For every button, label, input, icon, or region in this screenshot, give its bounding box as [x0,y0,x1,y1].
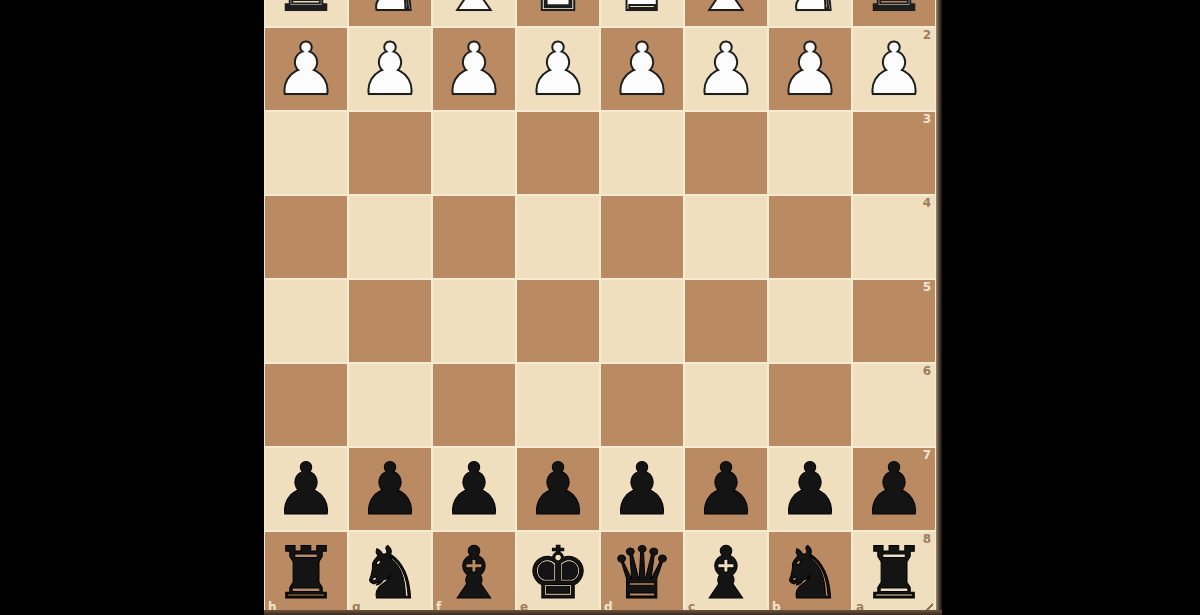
square-e2[interactable]: ♟ [516,27,600,111]
square-b1[interactable]: ♞ [768,0,852,27]
black-king-piece[interactable]: ♚ [526,531,591,615]
black-pawn-piece[interactable]: ♟ [862,447,927,531]
square-g3[interactable] [348,111,432,195]
square-b3[interactable] [768,111,852,195]
square-b8[interactable]: ♞b [768,531,852,615]
black-bishop-piece[interactable]: ♝ [694,531,759,615]
white-rook-piece[interactable]: ♜ [274,0,339,27]
white-queen-piece[interactable]: ♛ [610,0,675,27]
square-g2[interactable]: ♟ [348,27,432,111]
black-rook-piece[interactable]: ♜ [862,531,927,615]
square-d5[interactable] [600,279,684,363]
square-a2[interactable]: ♟2 [852,27,936,111]
square-e3[interactable] [516,111,600,195]
square-h8[interactable]: ♜h [264,531,348,615]
white-pawn-piece[interactable]: ♟ [862,27,927,111]
square-f7[interactable]: ♟ [432,447,516,531]
square-f1[interactable]: ♝ [432,0,516,27]
white-pawn-piece[interactable]: ♟ [778,27,843,111]
square-d3[interactable] [600,111,684,195]
square-c3[interactable] [684,111,768,195]
rank-label-8: 8 [923,533,931,545]
square-c1[interactable]: ♝ [684,0,768,27]
square-e7[interactable]: ♟ [516,447,600,531]
square-d4[interactable] [600,195,684,279]
square-h6[interactable] [264,363,348,447]
square-h5[interactable] [264,279,348,363]
square-f2[interactable]: ♟ [432,27,516,111]
white-knight-piece[interactable]: ♞ [778,0,843,27]
square-b5[interactable] [768,279,852,363]
square-f4[interactable] [432,195,516,279]
black-pawn-piece[interactable]: ♟ [694,447,759,531]
black-rook-piece[interactable]: ♜ [274,531,339,615]
white-pawn-piece[interactable]: ♟ [274,27,339,111]
black-pawn-piece[interactable]: ♟ [358,447,423,531]
rank-label-4: 4 [923,197,931,209]
black-queen-piece[interactable]: ♛ [610,531,675,615]
square-e4[interactable] [516,195,600,279]
rank-label-7: 7 [923,449,931,461]
square-e6[interactable] [516,363,600,447]
square-g5[interactable] [348,279,432,363]
square-g6[interactable] [348,363,432,447]
rank-label-2: 2 [923,29,931,41]
square-c5[interactable] [684,279,768,363]
white-pawn-piece[interactable]: ♟ [358,27,423,111]
rank-label-5: 5 [923,281,931,293]
square-h2[interactable]: ♟ [264,27,348,111]
black-knight-piece[interactable]: ♞ [778,531,843,615]
rank-label-3: 3 [923,113,931,125]
square-e8[interactable]: ♚e [516,531,600,615]
square-d6[interactable] [600,363,684,447]
square-g8[interactable]: ♞g [348,531,432,615]
square-g1[interactable]: ♞ [348,0,432,27]
square-b2[interactable]: ♟ [768,27,852,111]
white-knight-piece[interactable]: ♞ [358,0,423,27]
white-pawn-piece[interactable]: ♟ [610,27,675,111]
square-a5[interactable]: 5 [852,279,936,363]
square-h1[interactable]: ♜ [264,0,348,27]
square-a7[interactable]: ♟7 [852,447,936,531]
square-e5[interactable] [516,279,600,363]
square-a6[interactable]: 6 [852,363,936,447]
white-pawn-piece[interactable]: ♟ [694,27,759,111]
board-right-edge [936,0,942,615]
white-pawn-piece[interactable]: ♟ [526,27,591,111]
square-h7[interactable]: ♟ [264,447,348,531]
square-h4[interactable] [264,195,348,279]
square-a3[interactable]: 3 [852,111,936,195]
board-bottom-edge [264,610,942,615]
square-a4[interactable]: 4 [852,195,936,279]
chess-board: ♜♞♝♚♛♝♞♜1♟♟♟♟♟♟♟♟23456♟♟♟♟♟♟♟♟7♜h♞g♝f♚e♛… [264,0,936,615]
square-c6[interactable] [684,363,768,447]
square-a1[interactable]: ♜1 [852,0,936,27]
square-d8[interactable]: ♛d [600,531,684,615]
square-g7[interactable]: ♟ [348,447,432,531]
black-bishop-piece[interactable]: ♝ [442,531,507,615]
white-pawn-piece[interactable]: ♟ [442,27,507,111]
square-f5[interactable] [432,279,516,363]
square-c4[interactable] [684,195,768,279]
square-c7[interactable]: ♟ [684,447,768,531]
square-f3[interactable] [432,111,516,195]
square-d1[interactable]: ♛ [600,0,684,27]
square-b7[interactable]: ♟ [768,447,852,531]
square-d7[interactable]: ♟ [600,447,684,531]
black-pawn-piece[interactable]: ♟ [274,447,339,531]
square-e1[interactable]: ♚ [516,0,600,27]
square-b6[interactable] [768,363,852,447]
rank-label-6: 6 [923,365,931,377]
square-d2[interactable]: ♟ [600,27,684,111]
square-c8[interactable]: ♝c [684,531,768,615]
square-h3[interactable] [264,111,348,195]
app-window: ♜♞♝♚♛♝♞♜1♟♟♟♟♟♟♟♟23456♟♟♟♟♟♟♟♟7♜h♞g♝f♚e♛… [0,0,1200,615]
black-pawn-piece[interactable]: ♟ [442,447,507,531]
square-f6[interactable] [432,363,516,447]
square-f8[interactable]: ♝f [432,531,516,615]
square-c2[interactable]: ♟ [684,27,768,111]
white-bishop-piece[interactable]: ♝ [442,0,507,27]
square-b4[interactable] [768,195,852,279]
black-pawn-piece[interactable]: ♟ [526,447,591,531]
white-bishop-piece[interactable]: ♝ [694,0,759,27]
square-a8[interactable]: ♜8a [852,531,936,615]
black-pawn-piece[interactable]: ♟ [610,447,675,531]
black-pawn-piece[interactable]: ♟ [778,447,843,531]
white-rook-piece[interactable]: ♜ [862,0,927,27]
black-knight-piece[interactable]: ♞ [358,531,423,615]
square-g4[interactable] [348,195,432,279]
white-king-piece[interactable]: ♚ [526,0,591,27]
